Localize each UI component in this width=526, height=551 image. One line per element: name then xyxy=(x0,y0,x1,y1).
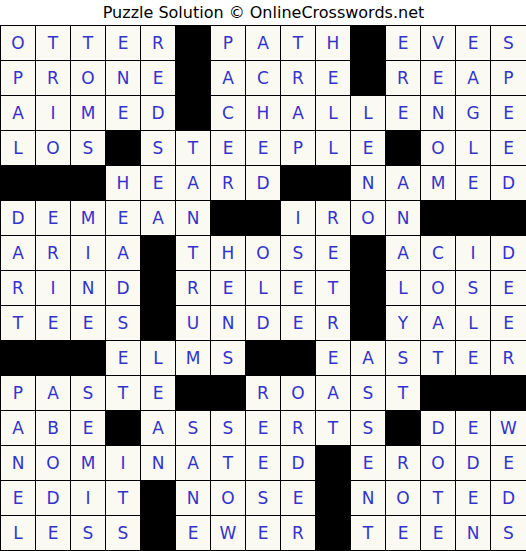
block-cell xyxy=(36,166,71,201)
letter-cell: N xyxy=(176,481,211,516)
letter-cell: E xyxy=(141,166,176,201)
letter-cell: S xyxy=(246,481,281,516)
letter-cell: M xyxy=(71,446,106,481)
block-cell xyxy=(141,481,176,516)
letter-cell: T xyxy=(351,516,386,551)
letter-cell: E xyxy=(106,201,141,236)
letter-cell: L xyxy=(351,96,386,131)
letter-cell: E xyxy=(456,166,491,201)
letter-cell: S xyxy=(491,26,526,61)
block-cell xyxy=(351,306,386,341)
letter-cell: E xyxy=(491,446,526,481)
letter-cell: U xyxy=(176,306,211,341)
letter-cell: R xyxy=(1,271,36,306)
letter-cell: T xyxy=(421,341,456,376)
letter-cell: D xyxy=(36,481,71,516)
letter-cell: A xyxy=(141,411,176,446)
letter-cell: E xyxy=(281,481,316,516)
letter-cell: S xyxy=(211,341,246,376)
letter-cell: L xyxy=(141,341,176,376)
letter-cell: R xyxy=(281,411,316,446)
letter-cell: T xyxy=(176,131,211,166)
letter-cell: L xyxy=(1,131,36,166)
letter-cell: R xyxy=(211,166,246,201)
letter-cell: C xyxy=(421,236,456,271)
letter-cell: E xyxy=(246,446,281,481)
letter-cell: S xyxy=(386,341,421,376)
letter-cell: E xyxy=(351,446,386,481)
letter-cell: T xyxy=(386,376,421,411)
letter-cell: R xyxy=(36,236,71,271)
letter-cell: O xyxy=(1,26,36,61)
letter-cell: N xyxy=(1,446,36,481)
letter-cell: E xyxy=(281,306,316,341)
letter-cell: E xyxy=(246,411,281,446)
block-cell xyxy=(176,376,211,411)
block-cell xyxy=(211,376,246,411)
letter-cell: S xyxy=(71,131,106,166)
letter-cell: A xyxy=(141,201,176,236)
block-cell xyxy=(281,166,316,201)
block-cell xyxy=(141,306,176,341)
letter-cell: R xyxy=(316,306,351,341)
letter-cell: E xyxy=(491,306,526,341)
letter-cell: E xyxy=(36,516,71,551)
letter-cell: D xyxy=(491,166,526,201)
letter-cell: D xyxy=(141,96,176,131)
letter-cell: I xyxy=(456,236,491,271)
block-cell xyxy=(316,166,351,201)
letter-cell: E xyxy=(456,26,491,61)
letter-cell: P xyxy=(1,376,36,411)
letter-cell: E xyxy=(456,411,491,446)
letter-cell: L xyxy=(316,96,351,131)
letter-cell: H xyxy=(211,236,246,271)
letter-cell: O xyxy=(421,271,456,306)
block-cell xyxy=(176,26,211,61)
letter-cell: O xyxy=(36,131,71,166)
letter-cell: M xyxy=(71,96,106,131)
letter-cell: T xyxy=(281,26,316,61)
letter-cell: M xyxy=(421,166,456,201)
letter-cell: O xyxy=(246,236,281,271)
letter-cell: C xyxy=(211,96,246,131)
letter-cell: E xyxy=(386,26,421,61)
letter-cell: E xyxy=(456,481,491,516)
block-cell xyxy=(141,236,176,271)
block-cell xyxy=(246,201,281,236)
letter-cell: D xyxy=(491,236,526,271)
letter-cell: E xyxy=(71,306,106,341)
letter-cell: N xyxy=(456,516,491,551)
letter-cell: L xyxy=(456,131,491,166)
letter-cell: I xyxy=(36,271,71,306)
letter-cell: N xyxy=(421,96,456,131)
block-cell xyxy=(386,131,421,166)
letter-cell: M xyxy=(71,201,106,236)
letter-cell: R xyxy=(386,446,421,481)
letter-cell: E xyxy=(36,306,71,341)
letter-cell: T xyxy=(176,236,211,271)
letter-cell: R xyxy=(281,516,316,551)
letter-cell: R xyxy=(246,376,281,411)
letter-cell: E xyxy=(351,131,386,166)
letter-cell: W xyxy=(211,516,246,551)
letter-cell: T xyxy=(316,271,351,306)
letter-cell: R xyxy=(491,341,526,376)
letter-cell: P xyxy=(1,61,36,96)
letter-cell: S xyxy=(106,306,141,341)
letter-cell: E xyxy=(106,341,141,376)
block-cell xyxy=(71,166,106,201)
block-cell xyxy=(106,411,141,446)
block-cell xyxy=(106,131,141,166)
letter-cell: A xyxy=(386,166,421,201)
letter-cell: S xyxy=(281,236,316,271)
letter-cell: I xyxy=(36,96,71,131)
letter-cell: T xyxy=(316,411,351,446)
letter-cell: N xyxy=(386,201,421,236)
crossword-grid: OTTERPATHEVESPRONEACREREAPAIMEDCHALLENGE… xyxy=(0,25,526,551)
block-cell xyxy=(456,376,491,411)
letter-cell: A xyxy=(351,341,386,376)
letter-cell: E xyxy=(316,236,351,271)
block-cell xyxy=(281,341,316,376)
letter-cell: O xyxy=(421,446,456,481)
letter-cell: M xyxy=(176,341,211,376)
letter-cell: T xyxy=(421,481,456,516)
block-cell xyxy=(351,271,386,306)
letter-cell: W xyxy=(491,411,526,446)
letter-cell: R xyxy=(176,271,211,306)
letter-cell: L xyxy=(386,271,421,306)
letter-cell: E xyxy=(491,271,526,306)
letter-cell: L xyxy=(246,271,281,306)
letter-cell: E xyxy=(421,516,456,551)
block-cell xyxy=(36,341,71,376)
letter-cell: H xyxy=(316,26,351,61)
letter-cell: D xyxy=(106,271,141,306)
letter-cell: S xyxy=(106,516,141,551)
block-cell xyxy=(351,236,386,271)
letter-cell: E xyxy=(71,411,106,446)
block-cell xyxy=(421,376,456,411)
letter-cell: S xyxy=(351,376,386,411)
letter-cell: E xyxy=(316,341,351,376)
letter-cell: E xyxy=(176,516,211,551)
letter-cell: N xyxy=(351,481,386,516)
letter-cell: A xyxy=(106,236,141,271)
block-cell xyxy=(141,516,176,551)
letter-cell: O xyxy=(281,376,316,411)
letter-cell: A xyxy=(1,411,36,446)
letter-cell: S xyxy=(491,516,526,551)
letter-cell: O xyxy=(36,446,71,481)
block-cell xyxy=(351,26,386,61)
letter-cell: A xyxy=(246,26,281,61)
letter-cell: R xyxy=(36,61,71,96)
letter-cell: A xyxy=(36,376,71,411)
block-cell xyxy=(491,201,526,236)
letter-cell: A xyxy=(176,166,211,201)
block-cell xyxy=(316,481,351,516)
letter-cell: P xyxy=(211,26,246,61)
letter-cell: H xyxy=(246,96,281,131)
letter-cell: R xyxy=(281,61,316,96)
letter-cell: T xyxy=(1,306,36,341)
letter-cell: T xyxy=(36,26,71,61)
block-cell xyxy=(316,516,351,551)
letter-cell: R xyxy=(386,61,421,96)
block-cell xyxy=(176,61,211,96)
letter-cell: A xyxy=(421,306,456,341)
letter-cell: E xyxy=(211,271,246,306)
block-cell xyxy=(456,201,491,236)
letter-cell: I xyxy=(71,236,106,271)
letter-cell: L xyxy=(1,516,36,551)
block-cell xyxy=(1,341,36,376)
letter-cell: D xyxy=(1,201,36,236)
letter-cell: B xyxy=(36,411,71,446)
letter-cell: D xyxy=(421,411,456,446)
block-cell xyxy=(211,201,246,236)
letter-cell: P xyxy=(281,131,316,166)
letter-cell: I xyxy=(281,201,316,236)
block-cell xyxy=(176,96,211,131)
letter-cell: N xyxy=(71,271,106,306)
letter-cell: E xyxy=(246,131,281,166)
letter-cell: A xyxy=(456,61,491,96)
block-cell xyxy=(71,341,106,376)
letter-cell: D xyxy=(246,306,281,341)
letter-cell: E xyxy=(421,61,456,96)
letter-cell: G xyxy=(456,96,491,131)
letter-cell: E xyxy=(141,61,176,96)
letter-cell: D xyxy=(281,446,316,481)
letter-cell: O xyxy=(71,61,106,96)
block-cell xyxy=(141,271,176,306)
letter-cell: S xyxy=(211,411,246,446)
letter-cell: T xyxy=(106,481,141,516)
letter-cell: E xyxy=(386,96,421,131)
letter-cell: A xyxy=(281,96,316,131)
block-cell xyxy=(491,376,526,411)
letter-cell: V xyxy=(421,26,456,61)
letter-cell: D xyxy=(491,481,526,516)
block-cell xyxy=(421,201,456,236)
letter-cell: A xyxy=(211,61,246,96)
letter-cell: T xyxy=(71,26,106,61)
letter-cell: R xyxy=(316,201,351,236)
letter-cell: T xyxy=(211,446,246,481)
letter-cell: S xyxy=(71,376,106,411)
letter-cell: T xyxy=(106,376,141,411)
letter-cell: E xyxy=(106,96,141,131)
letter-cell: O xyxy=(211,481,246,516)
letter-cell: I xyxy=(106,446,141,481)
letter-cell: S xyxy=(71,516,106,551)
block-cell xyxy=(316,446,351,481)
page-title: Puzzle Solution © OnlineCrosswords.net xyxy=(0,0,526,25)
letter-cell: A xyxy=(1,236,36,271)
letter-cell: O xyxy=(421,131,456,166)
letter-cell: E xyxy=(316,61,351,96)
letter-cell: N xyxy=(141,446,176,481)
letter-cell: E xyxy=(36,201,71,236)
block-cell xyxy=(1,166,36,201)
letter-cell: C xyxy=(246,61,281,96)
block-cell xyxy=(351,61,386,96)
letter-cell: A xyxy=(316,376,351,411)
letter-cell: E xyxy=(491,131,526,166)
letter-cell: E xyxy=(246,516,281,551)
letter-cell: S xyxy=(176,411,211,446)
letter-cell: E xyxy=(281,271,316,306)
letter-cell: N xyxy=(351,166,386,201)
letter-cell: O xyxy=(351,201,386,236)
letter-cell: E xyxy=(106,26,141,61)
letter-cell: H xyxy=(106,166,141,201)
letter-cell: N xyxy=(106,61,141,96)
letter-cell: O xyxy=(386,481,421,516)
letter-cell: E xyxy=(141,376,176,411)
letter-cell: S xyxy=(351,411,386,446)
letter-cell: S xyxy=(141,131,176,166)
letter-cell: A xyxy=(386,236,421,271)
letter-cell: E xyxy=(1,481,36,516)
letter-cell: A xyxy=(1,96,36,131)
letter-cell: L xyxy=(316,131,351,166)
block-cell xyxy=(386,411,421,446)
letter-cell: N xyxy=(176,201,211,236)
block-cell xyxy=(246,341,281,376)
letter-cell: R xyxy=(141,26,176,61)
letter-cell: E xyxy=(491,96,526,131)
letter-cell: A xyxy=(176,446,211,481)
letter-cell: Y xyxy=(386,306,421,341)
letter-cell: E xyxy=(456,341,491,376)
letter-cell: N xyxy=(211,306,246,341)
letter-cell: D xyxy=(456,446,491,481)
letter-cell: P xyxy=(491,61,526,96)
letter-cell: E xyxy=(211,131,246,166)
letter-cell: S xyxy=(456,271,491,306)
letter-cell: I xyxy=(71,481,106,516)
letter-cell: D xyxy=(246,166,281,201)
letter-cell: L xyxy=(456,306,491,341)
letter-cell: E xyxy=(386,516,421,551)
